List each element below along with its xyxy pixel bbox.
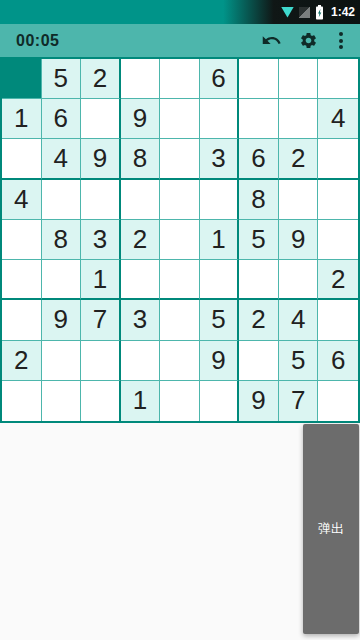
cell-r6c3[interactable]: 1 (81, 260, 121, 300)
cell-r1c6[interactable]: 6 (200, 59, 240, 99)
cell-r3c4[interactable]: 8 (121, 139, 161, 179)
cell-r6c4[interactable] (121, 260, 161, 300)
cell-r2c7[interactable] (239, 99, 279, 139)
status-time: 1:42 (331, 5, 355, 19)
cell-r1c7[interactable] (239, 59, 279, 99)
cell-r9c3[interactable] (81, 381, 121, 421)
cell-r8c2[interactable] (42, 341, 82, 381)
cell-r6c5[interactable] (160, 260, 200, 300)
cell-r4c5[interactable] (160, 180, 200, 220)
cell-signal-icon (299, 7, 310, 18)
cell-r2c9[interactable]: 4 (318, 99, 358, 139)
popout-label: 弹出 (318, 520, 344, 538)
cell-r5c9[interactable] (318, 220, 358, 260)
cell-r6c1[interactable] (2, 260, 42, 300)
cell-r5c5[interactable] (160, 220, 200, 260)
cell-r7c6[interactable]: 5 (200, 300, 240, 340)
cell-r6c8[interactable] (279, 260, 319, 300)
cell-r8c7[interactable] (239, 341, 279, 381)
cell-r7c3[interactable]: 7 (81, 300, 121, 340)
cell-r3c3[interactable]: 9 (81, 139, 121, 179)
cell-r9c7[interactable]: 9 (239, 381, 279, 421)
cell-r7c2[interactable]: 9 (42, 300, 82, 340)
cell-r3c6[interactable]: 3 (200, 139, 240, 179)
cell-r9c8[interactable]: 7 (279, 381, 319, 421)
wifi-icon (281, 7, 294, 18)
cell-r5c1[interactable] (2, 220, 42, 260)
cell-r8c3[interactable] (81, 341, 121, 381)
cell-r8c6[interactable]: 9 (200, 341, 240, 381)
popout-panel[interactable]: 弹出 (303, 424, 359, 634)
cell-r9c5[interactable] (160, 381, 200, 421)
cell-r7c8[interactable]: 4 (279, 300, 319, 340)
cell-r9c4[interactable]: 1 (121, 381, 161, 421)
cell-r3c1[interactable] (2, 139, 42, 179)
cell-r7c1[interactable] (2, 300, 42, 340)
cell-r2c6[interactable] (200, 99, 240, 139)
cell-r5c6[interactable]: 1 (200, 220, 240, 260)
cell-r4c9[interactable] (318, 180, 358, 220)
cell-r3c2[interactable]: 4 (42, 139, 82, 179)
cell-r5c8[interactable]: 9 (279, 220, 319, 260)
cell-r1c8[interactable] (279, 59, 319, 99)
battery-charging-icon (315, 5, 324, 20)
cell-r5c3[interactable]: 3 (81, 220, 121, 260)
cell-r5c4[interactable]: 2 (121, 220, 161, 260)
overflow-menu-icon[interactable] (334, 29, 348, 53)
cell-r1c3[interactable]: 2 (81, 59, 121, 99)
cell-r8c1[interactable]: 2 (2, 341, 42, 381)
cell-r9c1[interactable] (2, 381, 42, 421)
cell-r4c2[interactable] (42, 180, 82, 220)
cell-r1c5[interactable] (160, 59, 200, 99)
undo-icon[interactable] (260, 29, 282, 53)
cell-r7c7[interactable]: 2 (239, 300, 279, 340)
cell-r8c9[interactable]: 6 (318, 341, 358, 381)
app-bar-actions (260, 29, 348, 53)
cell-r1c4[interactable] (121, 59, 161, 99)
cell-r4c8[interactable] (279, 180, 319, 220)
cell-r2c1[interactable]: 1 (2, 99, 42, 139)
cell-r8c4[interactable] (121, 341, 161, 381)
cell-r3c5[interactable] (160, 139, 200, 179)
cell-r4c6[interactable] (200, 180, 240, 220)
cell-r2c3[interactable] (81, 99, 121, 139)
cell-r1c9[interactable] (318, 59, 358, 99)
cell-r8c8[interactable]: 5 (279, 341, 319, 381)
cell-r2c5[interactable] (160, 99, 200, 139)
cell-r4c4[interactable] (121, 180, 161, 220)
cell-r5c7[interactable]: 5 (239, 220, 279, 260)
cell-r9c2[interactable] (42, 381, 82, 421)
cell-r1c1[interactable] (2, 59, 42, 99)
cell-r3c9[interactable] (318, 139, 358, 179)
app-bar: 00:05 (0, 24, 360, 57)
cell-r4c1[interactable]: 4 (2, 180, 42, 220)
cell-r4c7[interactable]: 8 (239, 180, 279, 220)
game-timer: 00:05 (16, 32, 59, 50)
cell-r9c6[interactable] (200, 381, 240, 421)
sudoku-board: 526169449836248832159129735242956197 (0, 57, 360, 423)
cell-r7c9[interactable] (318, 300, 358, 340)
cell-r3c7[interactable]: 6 (239, 139, 279, 179)
cell-r4c3[interactable] (81, 180, 121, 220)
cell-r6c9[interactable]: 2 (318, 260, 358, 300)
content-area: 弹出 (0, 423, 360, 640)
cell-r1c2[interactable]: 5 (42, 59, 82, 99)
cell-r2c2[interactable]: 6 (42, 99, 82, 139)
cell-r5c2[interactable]: 8 (42, 220, 82, 260)
cell-r6c2[interactable] (42, 260, 82, 300)
cell-r6c7[interactable] (239, 260, 279, 300)
cell-r2c8[interactable] (279, 99, 319, 139)
settings-gear-icon[interactable] (297, 29, 319, 53)
cell-r7c4[interactable]: 3 (121, 300, 161, 340)
cell-r8c5[interactable] (160, 341, 200, 381)
status-bar: 1:42 (0, 0, 360, 24)
cell-r2c4[interactable]: 9 (121, 99, 161, 139)
cell-r3c8[interactable]: 2 (279, 139, 319, 179)
cell-r6c6[interactable] (200, 260, 240, 300)
cell-r9c9[interactable] (318, 381, 358, 421)
screen: 1:42 00:05 52616944983624883215912973524… (0, 0, 360, 640)
cell-r7c5[interactable] (160, 300, 200, 340)
